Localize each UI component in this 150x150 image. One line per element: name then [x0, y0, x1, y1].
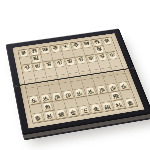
board-surface: 香桂銀金玉金銀桂香飛角歩歩歩歩歩歩歩歩歩歩歩歩歩歩歩歩歩歩角飛香桂銀金王金銀桂香	[13, 33, 145, 128]
piece-tile: 歩	[74, 88, 86, 97]
piece-kanji: 歩	[98, 87, 106, 92]
square-1-9[interactable]: 香	[123, 98, 137, 108]
piece-tile: 歩	[65, 58, 76, 66]
piece-kanji: 香	[104, 39, 111, 44]
piece-tile: 歩	[118, 82, 130, 91]
shogi-piece-pawn-gote[interactable]: 歩	[43, 61, 54, 69]
piece-kanji: 角	[96, 47, 103, 52]
piece-kanji: 歩	[109, 85, 117, 90]
piece-kanji: 飛	[112, 94, 120, 100]
shogi-piece-pawn-gote[interactable]: 歩	[96, 53, 107, 61]
piece-tile: 歩	[43, 61, 54, 69]
piece-kanji: 歩	[53, 94, 60, 100]
piece-tile: 歩	[51, 92, 62, 101]
shogi-piece-pawn-sente[interactable]: 歩	[85, 87, 97, 96]
piece-kanji: 歩	[45, 62, 52, 67]
piece-kanji: 銀	[42, 47, 49, 52]
piece-kanji: 角	[44, 104, 51, 110]
piece-kanji: 歩	[42, 96, 49, 102]
piece-kanji: 歩	[24, 65, 31, 70]
piece-tile: 歩	[62, 90, 74, 99]
shogi-piece-pawn-sente[interactable]: 歩	[62, 90, 74, 99]
photo-scene: 香桂銀金玉金銀桂香飛角歩歩歩歩歩歩歩歩歩歩歩歩歩歩歩歩歩歩角飛香桂銀金王金銀桂香	[0, 0, 150, 150]
piece-kanji: 香	[20, 50, 27, 55]
piece-kanji: 歩	[76, 91, 83, 97]
piece-tile: 金	[67, 107, 79, 116]
product-photo: 香桂銀金玉金銀桂香飛角歩歩歩歩歩歩歩歩歩歩歩歩歩歩歩歩歩歩角飛香桂銀金王金銀桂香	[0, 0, 150, 150]
shogi-piece-pawn-sente[interactable]: 歩	[96, 85, 108, 94]
shogi-piece-gold-sente[interactable]: 金	[90, 104, 102, 113]
piece-tile: 金	[90, 104, 102, 113]
piece-kanji: 銀	[83, 41, 90, 46]
board-grid: 香桂銀金玉金銀桂香飛角歩歩歩歩歩歩歩歩歩歩歩歩歩歩歩歩歩歩角飛香桂銀金王金銀桂香	[18, 37, 139, 124]
piece-kanji: 歩	[98, 54, 105, 59]
shogi-piece-silver-sente[interactable]: 銀	[55, 109, 67, 118]
shogi-piece-lance-sente[interactable]: 香	[124, 98, 136, 107]
piece-kanji: 金	[69, 110, 77, 116]
piece-kanji: 歩	[77, 57, 84, 62]
piece-kanji: 玉	[62, 44, 69, 49]
shogi-piece-pawn-gote[interactable]: 歩	[107, 52, 118, 60]
piece-tile: 歩	[96, 53, 107, 61]
shogi-piece-pawn-gote[interactable]: 歩	[75, 56, 86, 64]
piece-kanji: 桂	[31, 49, 38, 54]
shogi-piece-bishop-sente[interactable]: 角	[42, 102, 54, 111]
piece-tile: 歩	[96, 85, 108, 94]
piece-tile: 角	[42, 102, 54, 111]
shogi-piece-pawn-sente[interactable]: 歩	[74, 88, 86, 97]
piece-kanji: 桂	[93, 40, 100, 45]
piece-kanji: 歩	[31, 98, 38, 104]
piece-tile: 銀	[101, 102, 113, 111]
piece-kanji: 桂	[115, 102, 123, 108]
shogi-piece-lance-sente[interactable]: 香	[32, 113, 44, 123]
piece-kanji: 歩	[120, 84, 128, 89]
shogi-piece-king-sente[interactable]: 王	[79, 105, 91, 114]
shogi-piece-gold-sente[interactable]: 金	[67, 107, 79, 116]
piece-tile: 王	[79, 105, 91, 114]
piece-kanji: 香	[34, 115, 42, 121]
piece-tile: 歩	[85, 87, 97, 96]
piece-tile: 銀	[55, 109, 67, 118]
piece-kanji: 金	[92, 106, 100, 112]
piece-kanji: 歩	[34, 64, 41, 69]
piece-kanji: 桂	[46, 113, 54, 119]
piece-tile: 香	[124, 98, 136, 107]
piece-kanji: 金	[73, 43, 80, 48]
piece-tile: 歩	[33, 63, 44, 71]
shogi-piece-pawn-gote[interactable]: 歩	[54, 59, 65, 67]
shogi-piece-silver-sente[interactable]: 銀	[101, 102, 113, 111]
shogi-piece-pawn-gote[interactable]: 歩	[33, 63, 44, 71]
piece-kanji: 銀	[104, 104, 112, 110]
piece-kanji: 飛	[33, 56, 40, 61]
piece-kanji: 歩	[88, 56, 95, 61]
shogi-piece-pawn-gote[interactable]: 歩	[86, 55, 97, 63]
shogi-piece-pawn-gote[interactable]: 歩	[65, 58, 76, 66]
piece-kanji: 歩	[109, 53, 116, 58]
piece-kanji: 香	[127, 100, 135, 106]
piece-kanji: 歩	[65, 92, 72, 98]
piece-tile: 香	[32, 113, 44, 123]
piece-kanji: 王	[81, 108, 89, 114]
piece-tile: 歩	[75, 56, 86, 64]
piece-kanji: 歩	[67, 59, 74, 64]
shogi-piece-pawn-sente[interactable]: 歩	[118, 82, 130, 91]
shogi-piece-pawn-gote[interactable]: 歩	[22, 64, 33, 72]
piece-kanji: 歩	[56, 60, 63, 65]
piece-tile: 歩	[28, 95, 39, 104]
piece-tile: 歩	[86, 55, 97, 63]
shogi-piece-pawn-sente[interactable]: 歩	[28, 95, 39, 104]
piece-tile: 桂	[44, 111, 56, 120]
shogi-board: 香桂銀金玉金銀桂香飛角歩歩歩歩歩歩歩歩歩歩歩歩歩歩歩歩歩歩角飛香桂銀金王金銀桂香	[6, 28, 150, 135]
piece-tile: 歩	[22, 64, 33, 72]
piece-kanji: 金	[52, 46, 59, 51]
piece-kanji: 歩	[87, 89, 95, 94]
shogi-piece-pawn-sente[interactable]: 歩	[51, 92, 62, 101]
piece-tile: 歩	[107, 52, 118, 60]
piece-kanji: 銀	[58, 111, 66, 117]
piece-tile: 歩	[54, 59, 65, 67]
shogi-piece-knight-sente[interactable]: 桂	[44, 111, 56, 120]
